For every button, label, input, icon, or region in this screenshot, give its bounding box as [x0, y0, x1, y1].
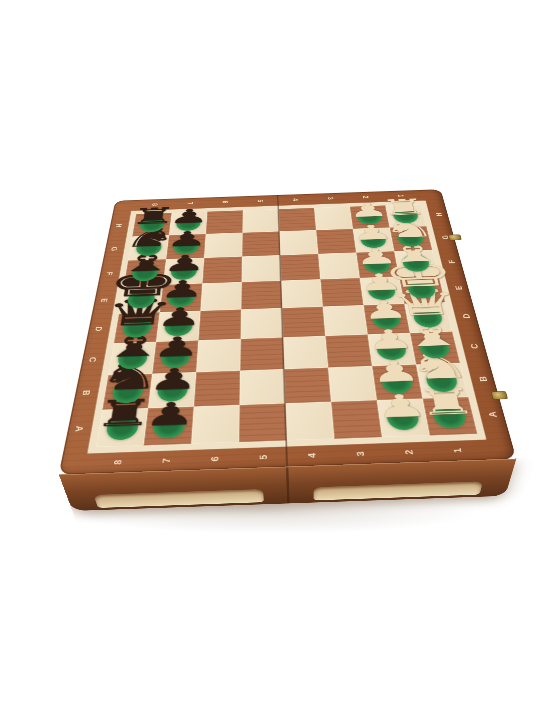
square-a6[interactable]: [191, 405, 239, 444]
square-a3[interactable]: [331, 400, 382, 439]
square-e4[interactable]: [281, 279, 323, 308]
rank-label-back-5: 5: [253, 190, 268, 212]
square-b7[interactable]: [148, 372, 196, 408]
square-b4[interactable]: [284, 368, 331, 404]
product-photo-page: { "game": "chess", "position": "rnbqkbnr…: [0, 0, 540, 720]
square-f4[interactable]: [280, 254, 320, 281]
handle-notch: [94, 489, 264, 508]
square-h4[interactable]: [279, 208, 317, 232]
square-b6[interactable]: [194, 371, 240, 407]
square-d4[interactable]: [282, 307, 325, 338]
fold-seam-front: [286, 467, 290, 503]
rank-label-back-4: 4: [288, 189, 305, 211]
square-g4[interactable]: [279, 230, 318, 255]
square-g5[interactable]: [242, 231, 280, 256]
square-d5[interactable]: [241, 308, 283, 339]
handle-notch: [314, 481, 483, 500]
square-e5[interactable]: [241, 281, 282, 310]
square-b3[interactable]: [328, 366, 377, 402]
square-b2[interactable]: [372, 364, 423, 400]
square-b8[interactable]: [102, 374, 152, 410]
square-c5[interactable]: [240, 337, 284, 370]
photo-scene: HHGGFFEEDDCCBBAA8877665544332211 ♜♞♝♛♚♝♞…: [0, 0, 540, 720]
square-f5[interactable]: [242, 255, 281, 282]
chess-board: HHGGFFEEDDCCBBAA8877665544332211 ♜♞♝♛♚♝♞…: [59, 189, 517, 475]
square-b1[interactable]: [416, 363, 468, 399]
square-a5[interactable]: [239, 403, 287, 442]
square-a8[interactable]: [96, 408, 148, 447]
square-c4[interactable]: [283, 336, 328, 369]
square-b5[interactable]: [240, 369, 286, 405]
square-h5[interactable]: [243, 209, 280, 233]
